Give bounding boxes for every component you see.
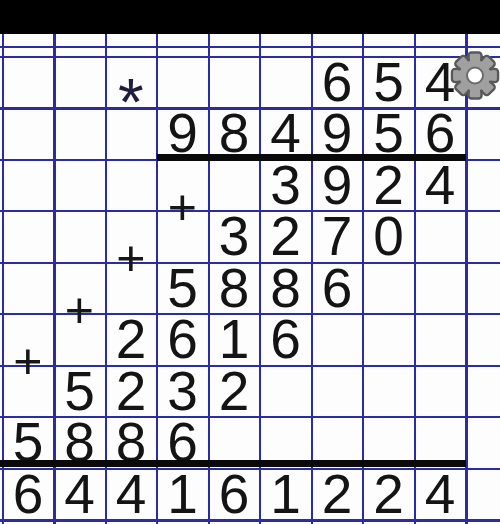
digit-r8c0: 6 (2, 468, 54, 520)
sum-overline (0, 460, 466, 467)
digit-r8c1: 4 (54, 468, 106, 520)
digit-r8c3: 1 (157, 468, 209, 520)
digit-r5c5: 6 (260, 314, 312, 366)
multiply-sign: * (105, 76, 157, 128)
digit-r4c3: 5 (157, 262, 209, 314)
digit-r8c4: 6 (208, 468, 260, 520)
multiplicand-underline (157, 154, 466, 161)
digit-r1c3: 9 (157, 108, 209, 160)
digit-r2c6: 9 (311, 159, 363, 211)
digit-r6c3: 3 (157, 365, 209, 417)
digit-r5c3: 6 (157, 314, 209, 366)
digit-r0c6: 6 (311, 56, 363, 108)
digit-r5c4: 1 (208, 314, 260, 366)
digit-r1c7: 5 (363, 108, 415, 160)
digit-r1c4: 8 (208, 108, 260, 160)
digit-r8c2: 4 (105, 468, 157, 520)
plus-sign-row3: + (156, 181, 208, 233)
digit-r6c1: 5 (54, 365, 106, 417)
digit-r2c8: 4 (414, 159, 466, 211)
digit-r8c5: 1 (260, 468, 312, 520)
digit-r0c7: 5 (363, 56, 415, 108)
digit-r1c8: 6 (414, 108, 466, 160)
digit-r3c5: 2 (260, 211, 312, 263)
digit-r2c5: 3 (260, 159, 312, 211)
digit-r8c7: 2 (363, 468, 415, 520)
plus-sign-row4: + (105, 232, 157, 284)
digit-r6c2: 2 (105, 365, 157, 417)
digit-r3c6: 7 (311, 211, 363, 263)
digit-r4c5: 8 (260, 262, 312, 314)
digit-r3c4: 3 (208, 211, 260, 263)
digit-r6c4: 2 (208, 365, 260, 417)
long-multiplication-board: 6549849563924327058862616523258866441612… (0, 0, 500, 524)
digit-r1c5: 4 (260, 108, 312, 160)
digit-r8c8: 4 (414, 468, 466, 520)
digit-r3c7: 0 (363, 211, 415, 263)
digit-r4c4: 8 (208, 262, 260, 314)
digit-r8c6: 2 (311, 468, 363, 520)
digit-r5c2: 2 (105, 314, 157, 366)
plus-sign-row5: + (53, 284, 105, 336)
plus-sign-row6: + (2, 335, 54, 387)
digit-r1c6: 9 (311, 108, 363, 160)
settings-gear-icon[interactable] (450, 48, 500, 103)
math-worksheet-screen: 6549849563924327058862616523258866441612… (0, 0, 500, 524)
digit-r2c7: 2 (363, 159, 415, 211)
digit-r4c6: 6 (311, 262, 363, 314)
